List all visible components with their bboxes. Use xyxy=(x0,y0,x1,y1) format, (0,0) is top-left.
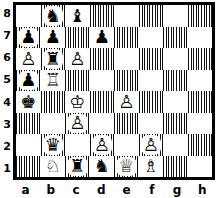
square-g5[interactable] xyxy=(163,70,188,92)
square-d4[interactable] xyxy=(90,91,115,113)
black-bishop-c8[interactable]: ♝ xyxy=(65,5,90,27)
square-d1[interactable]: ♞ xyxy=(90,156,115,178)
black-pawn-b7[interactable]: ♟ xyxy=(41,27,66,49)
square-c8[interactable]: ♝ xyxy=(65,5,90,27)
square-a7[interactable]: ♟ xyxy=(16,27,41,49)
black-rook-c1[interactable]: ♜ xyxy=(65,156,90,178)
square-h5[interactable] xyxy=(188,70,213,92)
black-knight-d1[interactable]: ♞ xyxy=(90,156,115,178)
white-pawn-a6[interactable]: ♟♙ xyxy=(16,48,41,70)
square-b2[interactable]: ♛ xyxy=(41,134,66,156)
square-a8[interactable] xyxy=(16,5,41,27)
square-e8[interactable] xyxy=(114,5,139,27)
piece-glyph: ♟ xyxy=(45,28,61,46)
black-pawn-a5[interactable]: ♟ xyxy=(16,70,41,92)
square-e4[interactable]: ♟♙ xyxy=(114,91,139,113)
piece-glyph: ♖ xyxy=(41,70,66,92)
file-label-h: h xyxy=(190,183,215,197)
square-f5[interactable] xyxy=(139,70,164,92)
black-queen-b2[interactable]: ♛ xyxy=(41,134,66,156)
square-b5[interactable]: ♜♖ xyxy=(41,70,66,92)
square-e5[interactable] xyxy=(114,70,139,92)
piece-glyph: ♙ xyxy=(65,48,90,70)
square-h8[interactable] xyxy=(188,5,213,27)
piece-glyph: ♞ xyxy=(94,157,110,175)
square-d2[interactable]: ♟♙ xyxy=(90,134,115,156)
black-pawn-d7[interactable]: ♟ xyxy=(90,27,115,49)
square-g1[interactable] xyxy=(163,156,188,178)
square-a2[interactable] xyxy=(16,134,41,156)
square-e3[interactable] xyxy=(114,113,139,135)
square-g6[interactable] xyxy=(163,48,188,70)
white-pawn-e4[interactable]: ♟♙ xyxy=(114,91,139,113)
square-c5[interactable] xyxy=(65,70,90,92)
square-g2[interactable] xyxy=(163,134,188,156)
square-d8[interactable] xyxy=(90,5,115,27)
piece-glyph: ♕ xyxy=(114,156,139,178)
file-label-f: f xyxy=(139,183,164,197)
square-c6[interactable]: ♟♙ xyxy=(65,48,90,70)
black-pawn-a7[interactable]: ♟ xyxy=(16,27,41,49)
chess-board: ♞♝♟♟♟♟♙♜♟♙♟♜♖♚♚♔♟♙♟♙♛♟♙♟♙♞♘♜♞♛♕♝♗ xyxy=(13,2,215,180)
square-b1[interactable]: ♞♘ xyxy=(41,156,66,178)
white-pawn-c6[interactable]: ♟♙ xyxy=(65,48,90,70)
square-h2[interactable] xyxy=(188,134,213,156)
square-d6[interactable] xyxy=(90,48,115,70)
black-king-a4[interactable]: ♚ xyxy=(16,91,41,113)
square-d3[interactable] xyxy=(90,113,115,135)
piece-glyph: ♜ xyxy=(69,157,85,175)
rank-label-6: 6 xyxy=(1,47,13,69)
square-c2[interactable] xyxy=(65,134,90,156)
square-c3[interactable]: ♟♙ xyxy=(65,113,90,135)
piece-glyph: ♗ xyxy=(139,156,164,178)
square-d5[interactable] xyxy=(90,70,115,92)
piece-glyph: ♟ xyxy=(94,28,110,46)
piece-glyph: ♟ xyxy=(20,71,36,89)
piece-glyph: ♙ xyxy=(65,113,90,135)
black-knight-b8[interactable]: ♞ xyxy=(41,5,66,27)
rank-labels: 87654321 xyxy=(1,2,13,180)
rank-label-8: 8 xyxy=(1,2,13,24)
square-g8[interactable] xyxy=(163,5,188,27)
square-e2[interactable] xyxy=(114,134,139,156)
square-f2[interactable]: ♟♙ xyxy=(139,134,164,156)
white-rook-b5[interactable]: ♜♖ xyxy=(41,70,66,92)
square-e1[interactable]: ♛♕ xyxy=(114,156,139,178)
black-rook-b6[interactable]: ♜ xyxy=(41,48,66,70)
square-h6[interactable] xyxy=(188,48,213,70)
square-g4[interactable] xyxy=(163,91,188,113)
piece-glyph: ♜ xyxy=(45,50,61,68)
square-b3[interactable] xyxy=(41,113,66,135)
square-a3[interactable] xyxy=(16,113,41,135)
square-b6[interactable]: ♜ xyxy=(41,48,66,70)
square-f3[interactable] xyxy=(139,113,164,135)
square-f4[interactable] xyxy=(139,91,164,113)
piece-glyph: ♞ xyxy=(45,7,61,25)
file-label-g: g xyxy=(165,183,190,197)
square-f1[interactable]: ♝♗ xyxy=(139,156,164,178)
file-label-b: b xyxy=(38,183,63,197)
chess-diagram: 87654321 ♞♝♟♟♟♟♙♜♟♙♟♜♖♚♚♔♟♙♟♙♛♟♙♟♙♞♘♜♞♛♕… xyxy=(0,0,218,198)
file-label-d: d xyxy=(89,183,114,197)
piece-glyph: ♟ xyxy=(20,28,36,46)
piece-glyph: ♚ xyxy=(20,93,36,111)
file-label-e: e xyxy=(114,183,139,197)
square-g7[interactable] xyxy=(163,27,188,49)
square-a4[interactable]: ♚ xyxy=(16,91,41,113)
white-king-c4[interactable]: ♚♔ xyxy=(65,91,90,113)
white-queen-e1[interactable]: ♛♕ xyxy=(114,156,139,178)
piece-glyph: ♝ xyxy=(69,7,85,25)
white-pawn-f2[interactable]: ♟♙ xyxy=(139,134,164,156)
square-d7[interactable]: ♟ xyxy=(90,27,115,49)
white-pawn-c3[interactable]: ♟♙ xyxy=(65,113,90,135)
piece-glyph: ♙ xyxy=(16,48,41,70)
square-g3[interactable] xyxy=(163,113,188,135)
square-a1[interactable] xyxy=(16,156,41,178)
square-b4[interactable] xyxy=(41,91,66,113)
square-h1[interactable] xyxy=(188,156,213,178)
white-bishop-f1[interactable]: ♝♗ xyxy=(139,156,164,178)
white-knight-b1[interactable]: ♞♘ xyxy=(41,156,66,178)
piece-glyph: ♘ xyxy=(41,156,66,178)
white-pawn-d2[interactable]: ♟♙ xyxy=(90,134,115,156)
square-f8[interactable] xyxy=(139,5,164,27)
square-f7[interactable] xyxy=(139,27,164,49)
rank-label-1: 1 xyxy=(1,158,13,180)
square-c7[interactable] xyxy=(65,27,90,49)
rank-label-5: 5 xyxy=(1,69,13,91)
rank-label-2: 2 xyxy=(1,136,13,158)
square-a6[interactable]: ♟♙ xyxy=(16,48,41,70)
piece-glyph: ♛ xyxy=(45,136,61,154)
file-labels: abcdefgh xyxy=(13,180,215,197)
square-e6[interactable] xyxy=(114,48,139,70)
rank-label-3: 3 xyxy=(1,113,13,135)
square-b7[interactable]: ♟ xyxy=(41,27,66,49)
square-a5[interactable]: ♟ xyxy=(16,70,41,92)
rank-label-7: 7 xyxy=(1,24,13,46)
square-c1[interactable]: ♜ xyxy=(65,156,90,178)
square-e7[interactable] xyxy=(114,27,139,49)
piece-glyph: ♙ xyxy=(90,134,115,156)
file-label-a: a xyxy=(13,183,38,197)
square-b8[interactable]: ♞ xyxy=(41,5,66,27)
square-h7[interactable] xyxy=(188,27,213,49)
piece-glyph: ♔ xyxy=(65,91,90,113)
piece-glyph: ♙ xyxy=(114,91,139,113)
rank-label-4: 4 xyxy=(1,91,13,113)
square-f6[interactable] xyxy=(139,48,164,70)
square-h3[interactable] xyxy=(188,113,213,135)
square-c4[interactable]: ♚♔ xyxy=(65,91,90,113)
square-h4[interactable] xyxy=(188,91,213,113)
file-label-c: c xyxy=(64,183,89,197)
piece-glyph: ♙ xyxy=(139,134,164,156)
